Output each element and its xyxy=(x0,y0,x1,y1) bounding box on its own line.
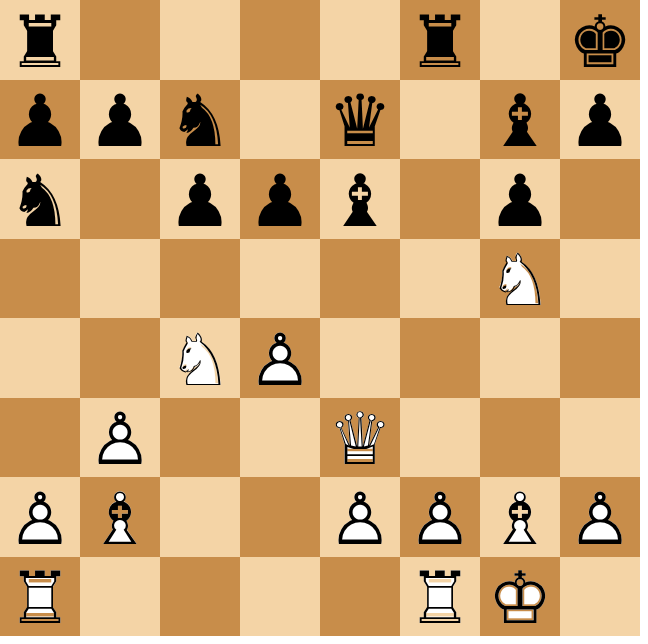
white-pawn: ♟♙ xyxy=(320,477,400,557)
black-rook: ♜ xyxy=(0,0,80,80)
square-h5[interactable] xyxy=(560,239,640,319)
square-b4[interactable] xyxy=(80,318,160,398)
white-pawn: ♟♙ xyxy=(0,477,80,557)
square-a5[interactable] xyxy=(0,239,80,319)
square-e5[interactable] xyxy=(320,239,400,319)
square-c4[interactable]: ♞♘ xyxy=(160,318,240,398)
black-pawn: ♟ xyxy=(80,80,160,160)
square-b8[interactable] xyxy=(80,0,160,80)
black-pawn-icon: ♟ xyxy=(568,85,633,157)
square-d4[interactable]: ♟♙ xyxy=(240,318,320,398)
black-pawn: ♟ xyxy=(160,159,240,239)
white-pawn-icon: ♙ xyxy=(88,403,153,475)
square-g3[interactable] xyxy=(480,398,560,478)
square-e2[interactable]: ♟♙ xyxy=(320,477,400,557)
black-knight: ♞ xyxy=(160,80,240,160)
white-rook: ♜♖ xyxy=(400,557,480,637)
square-d2[interactable] xyxy=(240,477,320,557)
white-pawn: ♟♙ xyxy=(400,477,480,557)
black-rook: ♜ xyxy=(400,0,480,80)
square-g6[interactable]: ♟ xyxy=(480,159,560,239)
black-pawn-icon: ♟ xyxy=(168,165,233,237)
square-e6[interactable]: ♝ xyxy=(320,159,400,239)
black-pawn: ♟ xyxy=(480,159,560,239)
black-king-icon: ♚ xyxy=(568,6,633,78)
white-rook: ♜♖ xyxy=(0,557,80,637)
black-rook-icon: ♜ xyxy=(408,6,473,78)
square-f5[interactable] xyxy=(400,239,480,319)
white-bishop-icon: ♗ xyxy=(488,483,553,555)
white-bishop: ♝♗ xyxy=(480,477,560,557)
square-b5[interactable] xyxy=(80,239,160,319)
square-g8[interactable] xyxy=(480,0,560,80)
square-g5[interactable]: ♞♘ xyxy=(480,239,560,319)
white-king-icon: ♔ xyxy=(488,562,553,634)
square-h3[interactable] xyxy=(560,398,640,478)
square-f6[interactable] xyxy=(400,159,480,239)
square-a8[interactable]: ♜ xyxy=(0,0,80,80)
white-queen: ♛♕ xyxy=(320,398,400,478)
black-pawn-icon: ♟ xyxy=(8,85,73,157)
square-a1[interactable]: ♜♖ xyxy=(0,557,80,637)
square-e8[interactable] xyxy=(320,0,400,80)
square-b3[interactable]: ♟♙ xyxy=(80,398,160,478)
square-a2[interactable]: ♟♙ xyxy=(0,477,80,557)
black-pawn-icon: ♟ xyxy=(248,165,313,237)
black-bishop-icon: ♝ xyxy=(488,85,553,157)
square-c8[interactable] xyxy=(160,0,240,80)
square-h4[interactable] xyxy=(560,318,640,398)
square-h8[interactable]: ♚ xyxy=(560,0,640,80)
white-pawn-icon: ♙ xyxy=(328,483,393,555)
white-knight: ♞♘ xyxy=(160,318,240,398)
white-queen-icon: ♕ xyxy=(328,403,393,475)
black-bishop: ♝ xyxy=(480,80,560,160)
square-g7[interactable]: ♝ xyxy=(480,80,560,160)
square-f7[interactable] xyxy=(400,80,480,160)
square-f8[interactable]: ♜ xyxy=(400,0,480,80)
square-d6[interactable]: ♟ xyxy=(240,159,320,239)
square-c2[interactable] xyxy=(160,477,240,557)
white-knight-icon: ♘ xyxy=(488,244,553,316)
black-rook-icon: ♜ xyxy=(8,6,73,78)
square-f3[interactable] xyxy=(400,398,480,478)
square-c1[interactable] xyxy=(160,557,240,637)
square-h7[interactable]: ♟ xyxy=(560,80,640,160)
white-pawn: ♟♙ xyxy=(80,398,160,478)
white-bishop: ♝♗ xyxy=(80,477,160,557)
square-c6[interactable]: ♟ xyxy=(160,159,240,239)
white-knight: ♞♘ xyxy=(480,239,560,319)
black-knight: ♞ xyxy=(0,159,80,239)
black-bishop-icon: ♝ xyxy=(328,165,393,237)
square-a3[interactable] xyxy=(0,398,80,478)
black-bishop: ♝ xyxy=(320,159,400,239)
chess-diagram-page: ♜♜♚♟♟♞♛♝♟♞♟♟♝♟♞♘♞♘♟♙♟♙♛♕♟♙♝♗♟♙♟♙♝♗♟♙♜♖♜♖… xyxy=(0,0,648,644)
square-b7[interactable]: ♟ xyxy=(80,80,160,160)
square-d8[interactable] xyxy=(240,0,320,80)
black-knight-icon: ♞ xyxy=(168,85,233,157)
black-knight-icon: ♞ xyxy=(8,165,73,237)
white-bishop-icon: ♗ xyxy=(88,483,153,555)
white-rook-icon: ♖ xyxy=(408,562,473,634)
square-c5[interactable] xyxy=(160,239,240,319)
black-king: ♚ xyxy=(560,0,640,80)
square-f4[interactable] xyxy=(400,318,480,398)
square-b6[interactable] xyxy=(80,159,160,239)
white-pawn-icon: ♙ xyxy=(568,483,633,555)
white-pawn: ♟♙ xyxy=(560,477,640,557)
black-pawn: ♟ xyxy=(0,80,80,160)
white-king: ♚♔ xyxy=(480,557,560,637)
white-knight-icon: ♘ xyxy=(168,324,233,396)
square-h6[interactable] xyxy=(560,159,640,239)
square-g4[interactable] xyxy=(480,318,560,398)
square-a4[interactable] xyxy=(0,318,80,398)
square-f2[interactable]: ♟♙ xyxy=(400,477,480,557)
square-d7[interactable] xyxy=(240,80,320,160)
square-e3[interactable]: ♛♕ xyxy=(320,398,400,478)
square-e7[interactable]: ♛ xyxy=(320,80,400,160)
black-queen-icon: ♛ xyxy=(328,85,393,157)
black-pawn-icon: ♟ xyxy=(88,85,153,157)
square-b1[interactable] xyxy=(80,557,160,637)
square-b2[interactable]: ♝♗ xyxy=(80,477,160,557)
square-g1[interactable]: ♚♔ xyxy=(480,557,560,637)
square-g2[interactable]: ♝♗ xyxy=(480,477,560,557)
white-pawn: ♟♙ xyxy=(240,318,320,398)
chess-board: ♜♜♚♟♟♞♛♝♟♞♟♟♝♟♞♘♞♘♟♙♟♙♛♕♟♙♝♗♟♙♟♙♝♗♟♙♜♖♜♖… xyxy=(0,0,640,636)
white-pawn-icon: ♙ xyxy=(8,483,73,555)
black-pawn: ♟ xyxy=(240,159,320,239)
square-c3[interactable] xyxy=(160,398,240,478)
square-a6[interactable]: ♞ xyxy=(0,159,80,239)
square-d1[interactable] xyxy=(240,557,320,637)
square-a7[interactable]: ♟ xyxy=(0,80,80,160)
square-h2[interactable]: ♟♙ xyxy=(560,477,640,557)
square-d3[interactable] xyxy=(240,398,320,478)
black-queen: ♛ xyxy=(320,80,400,160)
white-pawn-icon: ♙ xyxy=(408,483,473,555)
white-rook-icon: ♖ xyxy=(8,562,73,634)
square-f1[interactable]: ♜♖ xyxy=(400,557,480,637)
square-e1[interactable] xyxy=(320,557,400,637)
square-c7[interactable]: ♞ xyxy=(160,80,240,160)
square-d5[interactable] xyxy=(240,239,320,319)
square-e4[interactable] xyxy=(320,318,400,398)
white-pawn-icon: ♙ xyxy=(248,324,313,396)
square-h1[interactable] xyxy=(560,557,640,637)
black-pawn-icon: ♟ xyxy=(488,165,553,237)
black-pawn: ♟ xyxy=(560,80,640,160)
